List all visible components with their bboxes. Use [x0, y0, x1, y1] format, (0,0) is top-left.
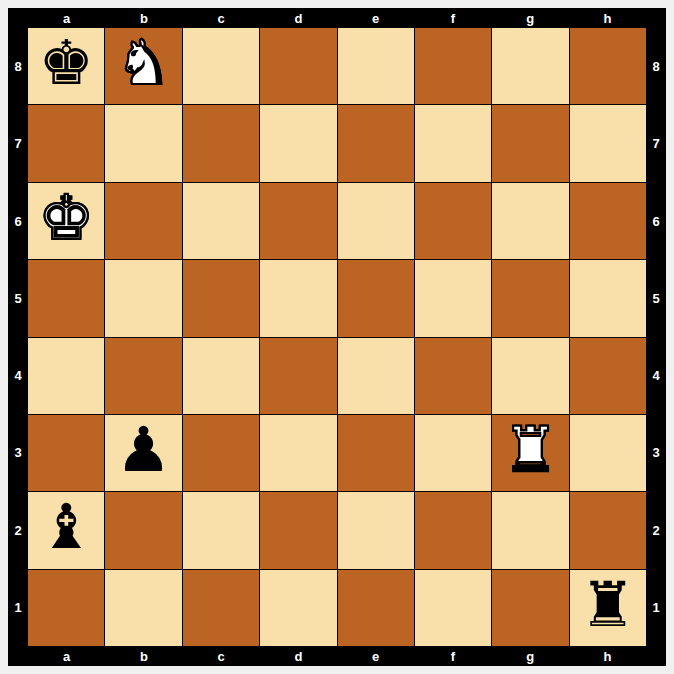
board-grid: ♚♞♚♟♜♝♜	[28, 28, 646, 646]
page-background: abcdefgh 87654321 ♚♞♚♟♜♝♜ 87654321 abcde…	[0, 0, 674, 674]
square-g6[interactable]	[492, 183, 568, 259]
rank-label-2: 2	[14, 524, 21, 537]
square-b5[interactable]	[105, 260, 181, 336]
frame-corner-top-right	[646, 8, 666, 28]
square-a8[interactable]: ♚	[28, 28, 104, 104]
square-f2[interactable]	[415, 492, 491, 568]
square-d2[interactable]	[260, 492, 336, 568]
square-c7[interactable]	[183, 105, 259, 181]
square-h1[interactable]: ♜	[570, 570, 646, 646]
square-a5[interactable]	[28, 260, 104, 336]
rank-label-3: 3	[652, 446, 659, 459]
file-label-f: f	[414, 12, 491, 25]
square-c8[interactable]	[183, 28, 259, 104]
square-b6[interactable]	[105, 183, 181, 259]
file-labels-bottom: abcdefgh	[28, 646, 646, 666]
square-h6[interactable]	[570, 183, 646, 259]
square-b2[interactable]	[105, 492, 181, 568]
file-label-f: f	[414, 650, 491, 663]
square-b1[interactable]	[105, 570, 181, 646]
rank-label-4: 4	[652, 369, 659, 382]
rank-label-7: 7	[652, 137, 659, 150]
file-label-h: h	[569, 650, 646, 663]
square-f6[interactable]	[415, 183, 491, 259]
square-c2[interactable]	[183, 492, 259, 568]
file-label-b: b	[105, 12, 182, 25]
square-c3[interactable]	[183, 415, 259, 491]
square-e5[interactable]	[338, 260, 414, 336]
piece-black-pawn[interactable]: ♟	[116, 419, 172, 481]
square-f3[interactable]	[415, 415, 491, 491]
square-f8[interactable]	[415, 28, 491, 104]
square-b3[interactable]: ♟	[105, 415, 181, 491]
rank-labels-right: 87654321	[646, 28, 666, 646]
square-d5[interactable]	[260, 260, 336, 336]
frame-corner-bottom-right	[646, 646, 666, 666]
square-b8[interactable]: ♞	[105, 28, 181, 104]
square-h4[interactable]	[570, 338, 646, 414]
square-a2[interactable]: ♝	[28, 492, 104, 568]
frame-corner-top-left	[8, 8, 28, 28]
file-label-g: g	[492, 650, 569, 663]
square-c4[interactable]	[183, 338, 259, 414]
square-f4[interactable]	[415, 338, 491, 414]
square-c5[interactable]	[183, 260, 259, 336]
square-h7[interactable]	[570, 105, 646, 181]
square-g8[interactable]	[492, 28, 568, 104]
square-d4[interactable]	[260, 338, 336, 414]
square-a3[interactable]	[28, 415, 104, 491]
square-g7[interactable]	[492, 105, 568, 181]
square-g4[interactable]	[492, 338, 568, 414]
square-f5[interactable]	[415, 260, 491, 336]
square-a4[interactable]	[28, 338, 104, 414]
file-label-b: b	[105, 650, 182, 663]
square-f7[interactable]	[415, 105, 491, 181]
square-g1[interactable]	[492, 570, 568, 646]
square-d7[interactable]	[260, 105, 336, 181]
file-label-a: a	[28, 12, 105, 25]
square-a6[interactable]: ♚	[28, 183, 104, 259]
file-label-d: d	[260, 12, 337, 25]
square-b7[interactable]	[105, 105, 181, 181]
square-f1[interactable]	[415, 570, 491, 646]
file-label-a: a	[28, 650, 105, 663]
square-d6[interactable]	[260, 183, 336, 259]
file-label-c: c	[183, 650, 260, 663]
rank-label-6: 6	[14, 215, 21, 228]
rank-labels-left: 87654321	[8, 28, 28, 646]
piece-white-rook[interactable]: ♜	[503, 419, 559, 481]
square-a7[interactable]	[28, 105, 104, 181]
piece-black-bishop[interactable]: ♝	[38, 496, 94, 558]
square-g2[interactable]	[492, 492, 568, 568]
file-label-c: c	[183, 12, 260, 25]
square-h5[interactable]	[570, 260, 646, 336]
square-h2[interactable]	[570, 492, 646, 568]
rank-label-6: 6	[652, 215, 659, 228]
piece-black-king[interactable]: ♚	[38, 32, 94, 94]
file-label-e: e	[337, 12, 414, 25]
square-d1[interactable]	[260, 570, 336, 646]
square-e3[interactable]	[338, 415, 414, 491]
square-e4[interactable]	[338, 338, 414, 414]
square-d8[interactable]	[260, 28, 336, 104]
file-labels-top: abcdefgh	[28, 8, 646, 28]
piece-black-rook[interactable]: ♜	[580, 574, 636, 636]
square-b4[interactable]	[105, 338, 181, 414]
rank-label-8: 8	[14, 60, 21, 73]
rank-label-1: 1	[14, 601, 21, 614]
chessboard-frame: abcdefgh 87654321 ♚♞♚♟♜♝♜ 87654321 abcde…	[8, 8, 666, 666]
square-h3[interactable]	[570, 415, 646, 491]
square-g5[interactable]	[492, 260, 568, 336]
piece-white-king[interactable]: ♚	[38, 187, 94, 249]
file-label-d: d	[260, 650, 337, 663]
rank-label-8: 8	[652, 60, 659, 73]
square-g3[interactable]: ♜	[492, 415, 568, 491]
square-e6[interactable]	[338, 183, 414, 259]
rank-label-7: 7	[14, 137, 21, 150]
piece-white-knight[interactable]: ♞	[116, 32, 172, 94]
square-e7[interactable]	[338, 105, 414, 181]
square-e8[interactable]	[338, 28, 414, 104]
file-label-g: g	[492, 12, 569, 25]
square-c1[interactable]	[183, 570, 259, 646]
square-h8[interactable]	[570, 28, 646, 104]
rank-label-5: 5	[14, 292, 21, 305]
square-c6[interactable]	[183, 183, 259, 259]
file-label-h: h	[569, 12, 646, 25]
square-e1[interactable]	[338, 570, 414, 646]
rank-label-4: 4	[14, 369, 21, 382]
rank-label-5: 5	[652, 292, 659, 305]
square-d3[interactable]	[260, 415, 336, 491]
frame-corner-bottom-left	[8, 646, 28, 666]
square-e2[interactable]	[338, 492, 414, 568]
rank-label-2: 2	[652, 524, 659, 537]
file-label-e: e	[337, 650, 414, 663]
square-a1[interactable]	[28, 570, 104, 646]
rank-label-1: 1	[652, 601, 659, 614]
rank-label-3: 3	[14, 446, 21, 459]
